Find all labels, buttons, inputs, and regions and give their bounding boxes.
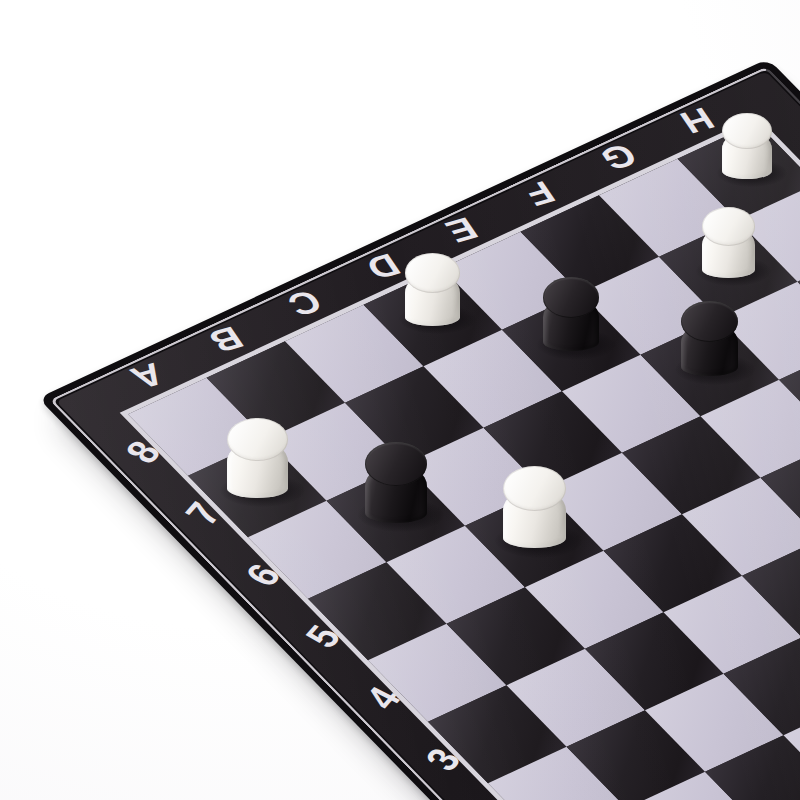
checkers-board: ABCDEFGH876543 <box>38 59 800 800</box>
photo-scene: ABCDEFGH876543 <box>0 0 800 800</box>
